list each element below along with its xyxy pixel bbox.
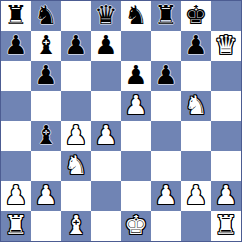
piece-black-king: ♚ — [184, 2, 207, 28]
square-f1[interactable] — [151, 211, 181, 241]
piece-black-pawn: ♟ — [64, 32, 87, 58]
square-g1[interactable] — [181, 211, 211, 241]
square-c5[interactable] — [61, 91, 91, 121]
piece-black-pawn: ♟ — [184, 32, 207, 58]
piece-black-knight: ♞ — [124, 2, 147, 28]
square-e1[interactable]: ♚ — [121, 211, 151, 241]
square-f4[interactable] — [151, 121, 181, 151]
square-b2[interactable]: ♟ — [31, 181, 61, 211]
square-g7[interactable]: ♟ — [181, 31, 211, 61]
piece-black-pawn: ♟ — [154, 62, 177, 88]
piece-black-pawn: ♟ — [34, 62, 57, 88]
square-g5[interactable]: ♞ — [181, 91, 211, 121]
square-e7[interactable] — [121, 31, 151, 61]
piece-black-pawn: ♟ — [4, 32, 27, 58]
piece-white-knight: ♞ — [184, 92, 207, 118]
square-e6[interactable]: ♟ — [121, 61, 151, 91]
piece-white-king: ♚ — [124, 212, 147, 238]
piece-black-pawn: ♟ — [94, 32, 117, 58]
square-f6[interactable]: ♟ — [151, 61, 181, 91]
square-h1[interactable]: ♜ — [211, 211, 241, 241]
piece-black-rook: ♜ — [4, 2, 27, 28]
square-a3[interactable] — [1, 151, 31, 181]
square-d1[interactable] — [91, 211, 121, 241]
square-d6[interactable] — [91, 61, 121, 91]
square-b3[interactable] — [31, 151, 61, 181]
square-h4[interactable] — [211, 121, 241, 151]
chess-board: ♜♞♛♞♜♚♟♝♟♟♟♛♟♟♟♟♞♝♟♟♞♟♟♟♟♟♜♝♚♜ — [0, 0, 242, 242]
piece-black-bishop: ♝ — [34, 32, 57, 58]
square-e3[interactable] — [121, 151, 151, 181]
square-c8[interactable] — [61, 1, 91, 31]
piece-white-queen: ♛ — [214, 32, 237, 58]
square-a4[interactable] — [1, 121, 31, 151]
square-h6[interactable] — [211, 61, 241, 91]
chess-board-container: ♜♞♛♞♜♚♟♝♟♟♟♛♟♟♟♟♞♝♟♟♞♟♟♟♟♟♜♝♚♜ — [0, 0, 242, 242]
piece-white-rook: ♜ — [4, 212, 27, 238]
square-b6[interactable]: ♟ — [31, 61, 61, 91]
square-d7[interactable]: ♟ — [91, 31, 121, 61]
piece-black-queen: ♛ — [94, 2, 117, 28]
piece-white-rook: ♜ — [214, 212, 237, 238]
piece-black-pawn: ♟ — [124, 62, 147, 88]
square-h5[interactable] — [211, 91, 241, 121]
piece-white-pawn: ♟ — [4, 182, 27, 208]
square-b1[interactable] — [31, 211, 61, 241]
piece-white-pawn: ♟ — [94, 122, 117, 148]
square-b4[interactable]: ♝ — [31, 121, 61, 151]
piece-white-pawn: ♟ — [184, 182, 207, 208]
square-b7[interactable]: ♝ — [31, 31, 61, 61]
piece-white-pawn: ♟ — [154, 182, 177, 208]
square-a8[interactable]: ♜ — [1, 1, 31, 31]
piece-white-pawn: ♟ — [64, 122, 87, 148]
square-d2[interactable] — [91, 181, 121, 211]
square-a6[interactable] — [1, 61, 31, 91]
square-d4[interactable]: ♟ — [91, 121, 121, 151]
square-d5[interactable] — [91, 91, 121, 121]
square-h3[interactable] — [211, 151, 241, 181]
square-f3[interactable] — [151, 151, 181, 181]
square-h2[interactable]: ♟ — [211, 181, 241, 211]
square-g3[interactable] — [181, 151, 211, 181]
square-a2[interactable]: ♟ — [1, 181, 31, 211]
square-c2[interactable] — [61, 181, 91, 211]
square-e4[interactable] — [121, 121, 151, 151]
square-a5[interactable] — [1, 91, 31, 121]
square-f7[interactable] — [151, 31, 181, 61]
square-g2[interactable]: ♟ — [181, 181, 211, 211]
piece-white-pawn: ♟ — [214, 182, 237, 208]
square-d3[interactable] — [91, 151, 121, 181]
piece-black-rook: ♜ — [154, 2, 177, 28]
square-c1[interactable]: ♝ — [61, 211, 91, 241]
square-b5[interactable] — [31, 91, 61, 121]
square-c6[interactable] — [61, 61, 91, 91]
square-h7[interactable]: ♛ — [211, 31, 241, 61]
square-g4[interactable] — [181, 121, 211, 151]
square-b8[interactable]: ♞ — [31, 1, 61, 31]
square-h8[interactable] — [211, 1, 241, 31]
piece-white-pawn: ♟ — [34, 182, 57, 208]
square-f8[interactable]: ♜ — [151, 1, 181, 31]
square-e5[interactable]: ♟ — [121, 91, 151, 121]
square-a7[interactable]: ♟ — [1, 31, 31, 61]
piece-white-knight: ♞ — [64, 152, 87, 178]
square-e8[interactable]: ♞ — [121, 1, 151, 31]
square-g8[interactable]: ♚ — [181, 1, 211, 31]
square-c7[interactable]: ♟ — [61, 31, 91, 61]
square-c4[interactable]: ♟ — [61, 121, 91, 151]
piece-black-knight: ♞ — [34, 2, 57, 28]
square-f2[interactable]: ♟ — [151, 181, 181, 211]
piece-black-bishop: ♝ — [34, 122, 57, 148]
square-f5[interactable] — [151, 91, 181, 121]
square-d8[interactable]: ♛ — [91, 1, 121, 31]
piece-white-pawn: ♟ — [124, 92, 147, 118]
square-c3[interactable]: ♞ — [61, 151, 91, 181]
square-a1[interactable]: ♜ — [1, 211, 31, 241]
square-g6[interactable] — [181, 61, 211, 91]
piece-white-bishop: ♝ — [64, 212, 87, 238]
square-e2[interactable] — [121, 181, 151, 211]
